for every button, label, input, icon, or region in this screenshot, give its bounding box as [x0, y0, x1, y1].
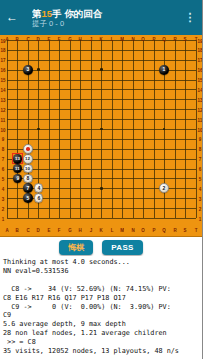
- row-label: 19: [197, 38, 203, 43]
- row-label: 11: [197, 117, 203, 122]
- grid-vline: [185, 40, 186, 218]
- row-label: 16: [0, 68, 6, 73]
- title-suffix: 手 你的回合: [52, 8, 102, 19]
- row-label: 1: [197, 216, 203, 221]
- column-label: M: [119, 36, 125, 41]
- console-line: C8 -> 34 (V: 52.69%) (N: 74.15%) PV:: [3, 285, 199, 294]
- row-label: 7: [197, 157, 203, 162]
- column-label: H: [77, 228, 83, 233]
- star-point: [37, 68, 40, 71]
- white-stone-c7: 12: [23, 154, 33, 164]
- white-stone-c5: 8: [23, 174, 33, 184]
- column-label: R: [172, 36, 178, 41]
- grid-hline: [7, 178, 196, 179]
- column-label: B: [14, 228, 20, 233]
- move-number-label: 13: [15, 156, 20, 161]
- overflow-menu-icon[interactable]: ⋮: [184, 11, 196, 24]
- row-label: 17: [197, 58, 203, 63]
- column-label: F: [56, 228, 62, 233]
- console-line: C9 -> 0 (V: 0.00%) (N: 3.90%) PV:: [3, 303, 199, 312]
- column-label: M: [119, 228, 125, 233]
- move-number-label: 9: [16, 176, 19, 182]
- column-label: L: [109, 36, 115, 41]
- page-title: 第15手 你的回合: [32, 8, 184, 19]
- column-label: S: [182, 228, 188, 233]
- white-stone-d4: 4: [34, 183, 44, 193]
- white-stone-q4: 2: [159, 183, 169, 193]
- column-label: T: [193, 228, 199, 233]
- console-line: Thinking at most 4.0 seconds...: [3, 258, 199, 267]
- row-label: 11: [0, 117, 6, 122]
- row-label: 10: [197, 127, 203, 132]
- row-label: 1: [0, 216, 6, 221]
- column-label: F: [56, 36, 62, 41]
- row-label: 2: [0, 206, 6, 211]
- row-label: 13: [197, 97, 203, 102]
- controls-bar: 悔棋 PASS: [0, 237, 202, 256]
- column-label: A: [4, 228, 10, 233]
- column-label: C: [25, 228, 31, 233]
- column-label: B: [14, 36, 20, 41]
- white-stone-d3: 6: [34, 193, 44, 203]
- row-label: 16: [197, 68, 203, 73]
- console-line: >> = C8: [3, 338, 199, 347]
- back-arrow-icon[interactable]: ←: [6, 0, 22, 35]
- console-line: 5.6 average depth, 9 max depth: [3, 320, 199, 329]
- grid-vline: [154, 40, 155, 218]
- console-line: 28 non leaf nodes, 1.21 average children: [3, 329, 199, 338]
- console-line: [3, 276, 199, 285]
- column-label: E: [46, 36, 52, 41]
- row-label: 12: [197, 107, 203, 112]
- move-number-label: 5: [27, 195, 30, 201]
- grid-hline: [7, 139, 196, 140]
- row-label: 3: [197, 196, 203, 201]
- column-label: P: [151, 228, 157, 233]
- row-label: 8: [0, 147, 6, 152]
- row-label: 6: [197, 167, 203, 172]
- grid-hline: [7, 208, 196, 209]
- star-point: [100, 68, 103, 71]
- row-label: 15: [0, 78, 6, 83]
- move-number: 15: [42, 8, 53, 19]
- grid-hline: [7, 169, 196, 170]
- grid-hline: [7, 159, 196, 160]
- row-label: 5: [0, 176, 6, 181]
- column-label: K: [98, 36, 104, 41]
- column-label: J: [88, 36, 94, 41]
- move-number-label: 12: [26, 156, 31, 161]
- app-bar: ← 第15手 你的回合 提子 0 - 0 ⋮: [0, 0, 202, 35]
- move-number-label: 8: [27, 176, 30, 182]
- column-label: J: [88, 228, 94, 233]
- console-line: C8 E16 R17 R16 Q17 P17 P18 O17: [3, 294, 199, 303]
- row-label: 2: [197, 206, 203, 211]
- title-block: 第15手 你的回合 提子 0 - 0: [32, 8, 184, 28]
- column-label: H: [77, 36, 83, 41]
- row-label: 13: [0, 97, 6, 102]
- row-label: 6: [0, 167, 6, 172]
- black-stone-c4: 7: [23, 183, 33, 193]
- column-label: Q: [161, 36, 167, 41]
- row-label: 8: [197, 147, 203, 152]
- last-move-dot: [26, 147, 30, 151]
- move-number-label: 4: [37, 186, 40, 192]
- pass-button[interactable]: PASS: [102, 240, 142, 255]
- row-label: 12: [0, 107, 6, 112]
- row-label: 3: [0, 196, 6, 201]
- column-label: P: [151, 36, 157, 41]
- column-label: N: [130, 228, 136, 233]
- column-label: L: [109, 228, 115, 233]
- column-label: O: [140, 228, 146, 233]
- engine-output[interactable]: Thinking at most 4.0 seconds...NN eval=0…: [0, 256, 202, 359]
- black-stone-c3: 5: [23, 193, 33, 203]
- row-label: 14: [197, 87, 203, 92]
- column-label: G: [67, 228, 73, 233]
- row-label: 9: [0, 137, 6, 142]
- undo-button[interactable]: 悔棋: [59, 240, 93, 255]
- title-prefix: 第: [32, 8, 42, 19]
- black-stone-b6: 11: [13, 164, 23, 174]
- row-label: 18: [0, 48, 6, 53]
- black-stone-q16: 1: [159, 65, 169, 75]
- console-line: C9: [3, 311, 199, 320]
- column-label: K: [98, 228, 104, 233]
- black-stone-b5: 9: [13, 174, 23, 184]
- black-stone-b7: 13: [13, 154, 23, 164]
- row-label: 18: [197, 48, 203, 53]
- row-label: 4: [197, 186, 203, 191]
- column-label: C: [25, 36, 31, 41]
- star-point: [100, 128, 103, 131]
- star-point: [37, 128, 40, 131]
- column-label: S: [182, 36, 188, 41]
- row-label: 9: [197, 137, 203, 142]
- row-label: 5: [197, 176, 203, 181]
- star-point: [100, 187, 103, 190]
- move-number-label: 6: [37, 195, 40, 201]
- column-label: O: [140, 36, 146, 41]
- captures-subtitle: 提子 0 - 0: [32, 19, 184, 28]
- app-screen: ← 第15手 你的回合 提子 0 - 0 ⋮ AABBCCDDEEFFGGHHJ…: [0, 0, 202, 359]
- column-label: E: [46, 228, 52, 233]
- column-label: N: [130, 36, 136, 41]
- console-line: NN eval=0.531536: [3, 267, 199, 276]
- move-number-label: 2: [163, 186, 166, 192]
- black-stone-c16: 3: [23, 65, 33, 75]
- row-label: 14: [0, 87, 6, 92]
- white-stone-c6: 10: [23, 164, 33, 174]
- grid-hline: [7, 149, 196, 150]
- move-number-label: 3: [27, 67, 30, 73]
- move-number-label: 1: [163, 67, 166, 73]
- row-label: 10: [0, 127, 6, 132]
- grid-vline: [112, 40, 113, 218]
- grid-hline: [7, 218, 196, 219]
- move-number-label: 11: [15, 166, 20, 171]
- row-label: 19: [0, 38, 6, 43]
- row-label: 7: [0, 157, 6, 162]
- grid-vline: [175, 40, 176, 218]
- column-label: R: [172, 228, 178, 233]
- move-number-label: 10: [26, 166, 31, 171]
- grid-vline: [133, 40, 134, 218]
- grid-vline: [143, 40, 144, 218]
- column-label: D: [35, 36, 41, 41]
- move-number-label: 7: [27, 186, 30, 192]
- console-line: 35 visits, 12052 nodes, 13 playouts, 48 …: [3, 347, 199, 356]
- row-label: 15: [197, 78, 203, 83]
- row-label: 17: [0, 58, 6, 63]
- column-label: Q: [161, 228, 167, 233]
- grid-vline: [122, 40, 123, 218]
- column-label: G: [67, 36, 73, 41]
- row-label: 4: [0, 186, 6, 191]
- column-label: D: [35, 228, 41, 233]
- go-board[interactable]: AABBCCDDEEFFGGHHJJKKLLMMNNOOPPQQRRSSTT19…: [0, 35, 202, 237]
- white-stone-c8: [23, 144, 33, 154]
